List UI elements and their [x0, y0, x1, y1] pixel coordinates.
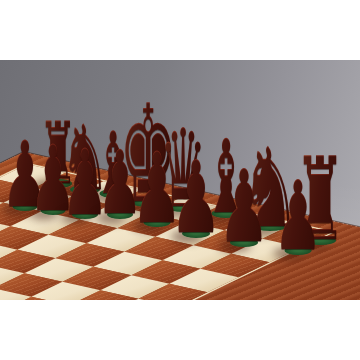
page: ♜ ♞ ♝ ♚ ♟ ♛ ♟ ♝ ♟ ♟ ♟ ♞ ♟ ♜ ♟ ♟ [0, 0, 360, 360]
product-photo: ♜ ♞ ♝ ♚ ♟ ♛ ♟ ♝ ♟ ♟ ♟ ♞ ♟ ♜ ♟ ♟ [0, 60, 360, 300]
pawn-glyph: ♟ [273, 168, 323, 264]
pawn-glyph: ♟ [218, 157, 270, 257]
pawn-glyph: ♟ [170, 148, 222, 248]
letterbox-bottom [0, 300, 360, 360]
letterbox-top [0, 0, 360, 60]
